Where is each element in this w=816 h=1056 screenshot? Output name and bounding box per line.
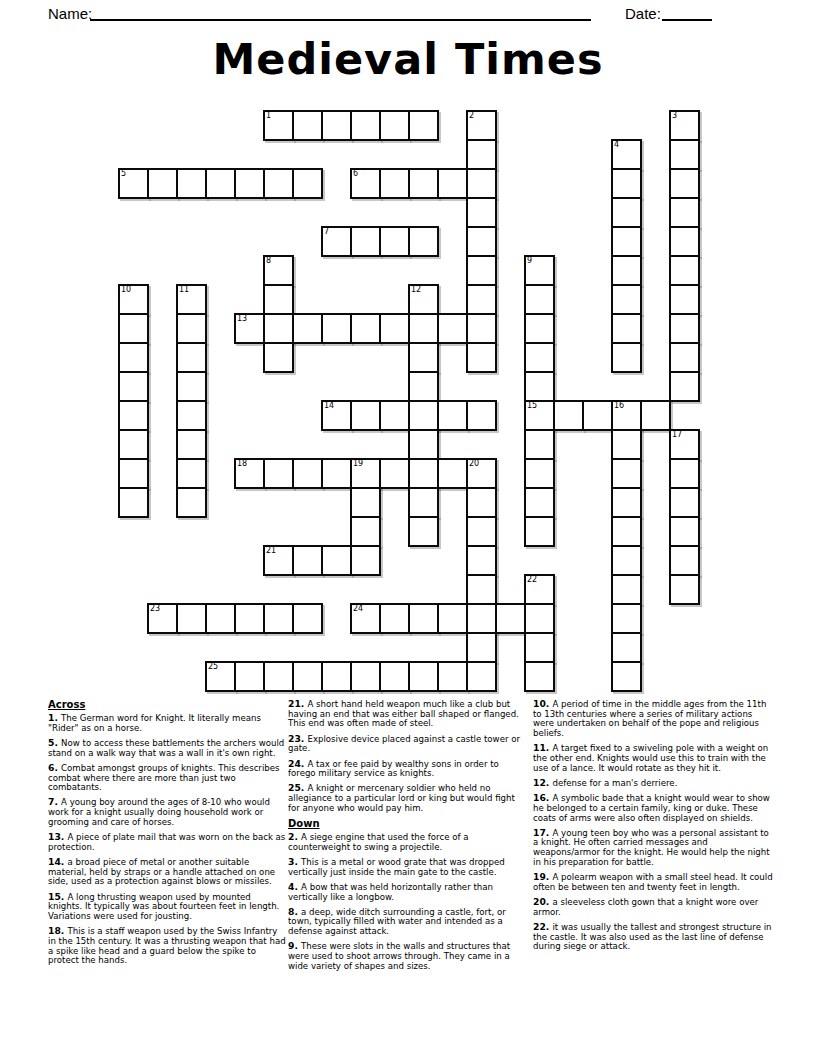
grid-cell-r7c8[interactable] xyxy=(350,313,381,344)
grid-cell-r8c0[interactable] xyxy=(118,342,149,373)
grid-cell-r10c11[interactable] xyxy=(437,400,468,431)
cell-number-6: 6 xyxy=(353,169,358,179)
grid-cell-r17c12[interactable] xyxy=(466,603,497,634)
cell-number-21: 21 xyxy=(266,546,276,556)
cell-number-18: 18 xyxy=(237,459,247,469)
grid-cell-r13c0[interactable] xyxy=(118,487,149,518)
cell-number-14: 14 xyxy=(324,401,334,411)
cell-number-7: 7 xyxy=(324,227,329,237)
clue-11: 11. A target fixed to a swiveling pole w… xyxy=(533,743,773,773)
clue-16: 16. A symbolic bade that a knight would … xyxy=(533,793,773,823)
grid-cell-r4c19[interactable] xyxy=(669,226,700,257)
grid-cell-r7c19[interactable] xyxy=(669,313,700,344)
grid-cell-r18c14[interactable] xyxy=(524,632,555,663)
grid-cell-r12c6[interactable] xyxy=(292,458,323,489)
grid-cell-r18c12[interactable] xyxy=(466,632,497,663)
grid-cell-r12c5[interactable] xyxy=(263,458,294,489)
grid-cell-r17c14[interactable] xyxy=(524,603,555,634)
grid-cell-r9c19[interactable] xyxy=(669,371,700,402)
grid-cell-r6c19[interactable] xyxy=(669,284,700,315)
grid-cell-r13c19[interactable] xyxy=(669,487,700,518)
grid-cell-r6c12[interactable] xyxy=(466,284,497,315)
grid-cell-r17c17[interactable] xyxy=(611,603,642,634)
grid-cell-r19c12[interactable] xyxy=(466,661,497,692)
grid-cell-r10c17[interactable]: 16 xyxy=(611,400,642,431)
grid-cell-r2c8[interactable]: 6 xyxy=(350,168,381,199)
grid-cell-r17c2[interactable] xyxy=(176,603,207,634)
name-blank-line[interactable] xyxy=(90,19,591,21)
grid-cell-r10c15[interactable] xyxy=(553,400,584,431)
grid-cell-r7c2[interactable] xyxy=(176,313,207,344)
cell-number-25: 25 xyxy=(208,662,218,672)
grid-cell-r13c17[interactable] xyxy=(611,487,642,518)
grid-cell-r19c4[interactable] xyxy=(234,661,265,692)
grid-cell-r13c12[interactable] xyxy=(466,487,497,518)
grid-cell-r8c12[interactable] xyxy=(466,342,497,373)
grid-cell-r7c6[interactable] xyxy=(292,313,323,344)
grid-cell-r19c14[interactable] xyxy=(524,661,555,692)
grid-cell-r15c17[interactable] xyxy=(611,545,642,576)
grid-cell-r15c19[interactable] xyxy=(669,545,700,576)
grid-cell-r7c0[interactable] xyxy=(118,313,149,344)
clue-17: 17. A young teen boy who was a personal … xyxy=(533,828,773,868)
clue-25: 25. A knight or mercenary soldier who he… xyxy=(288,783,528,813)
grid-cell-r0c12[interactable]: 2 xyxy=(466,110,497,141)
grid-cell-r11c14[interactable] xyxy=(524,429,555,460)
cell-number-11: 11 xyxy=(179,285,189,295)
grid-cell-r10c8[interactable] xyxy=(350,400,381,431)
grid-cell-r11c17[interactable] xyxy=(611,429,642,460)
cell-number-8: 8 xyxy=(266,256,271,266)
clue-18: 18. This is a staff weapon used by the S… xyxy=(48,926,286,966)
grid-cell-r14c14[interactable] xyxy=(524,516,555,547)
grid-cell-r17c10[interactable] xyxy=(408,603,439,634)
cell-number-24: 24 xyxy=(353,604,363,614)
grid-cell-r17c11[interactable] xyxy=(437,603,468,634)
grid-cell-r15c5[interactable]: 21 xyxy=(263,545,294,576)
clue-1: 1. The German word for Knight. It litera… xyxy=(48,713,286,733)
grid-cell-r0c19[interactable]: 3 xyxy=(669,110,700,141)
grid-cell-r16c19[interactable] xyxy=(669,574,700,605)
grid-cell-r4c8[interactable] xyxy=(350,226,381,257)
grid-cell-r0c9[interactable] xyxy=(379,110,410,141)
grid-cell-r10c14[interactable]: 15 xyxy=(524,400,555,431)
clue-14: 14. a broad piece of metal or another su… xyxy=(48,857,286,887)
grid-cell-r6c0[interactable]: 10 xyxy=(118,284,149,315)
clue-10: 10. A period of time in the middle ages … xyxy=(533,699,773,739)
grid-cell-r16c14[interactable]: 22 xyxy=(524,574,555,605)
grid-cell-r16c12[interactable] xyxy=(466,574,497,605)
clue-7: 7. A young boy around the ages of 8-10 w… xyxy=(48,797,286,827)
grid-cell-r2c5[interactable] xyxy=(263,168,294,199)
grid-cell-r17c9[interactable] xyxy=(379,603,410,634)
grid-cell-r2c1[interactable] xyxy=(147,168,178,199)
grid-cell-r19c5[interactable] xyxy=(263,661,294,692)
grid-cell-r8c17[interactable] xyxy=(611,342,642,373)
grid-cell-r7c9[interactable] xyxy=(379,313,410,344)
grid-cell-r9c0[interactable] xyxy=(118,371,149,402)
cell-number-12: 12 xyxy=(411,285,421,295)
grid-cell-r7c12[interactable] xyxy=(466,313,497,344)
across-clues-part-2: 21. A short hand held weapon much like a… xyxy=(288,699,528,814)
grid-cell-r4c7[interactable]: 7 xyxy=(321,226,352,257)
grid-cell-r16c17[interactable] xyxy=(611,574,642,605)
grid-cell-r17c3[interactable] xyxy=(205,603,236,634)
cell-number-20: 20 xyxy=(469,459,479,469)
grid-cell-r7c5[interactable] xyxy=(263,313,294,344)
clue-22: 22. it was usually the tallest and stron… xyxy=(533,922,773,952)
grid-cell-r10c16[interactable] xyxy=(582,400,613,431)
across-heading: Across xyxy=(48,699,286,710)
grid-cell-r8c2[interactable] xyxy=(176,342,207,373)
grid-cell-r2c3[interactable] xyxy=(205,168,236,199)
grid-cell-r2c4[interactable] xyxy=(234,168,265,199)
cell-number-9: 9 xyxy=(527,256,532,266)
grid-cell-r19c6[interactable] xyxy=(292,661,323,692)
grid-cell-r12c9[interactable] xyxy=(379,458,410,489)
grid-cell-r7c11[interactable] xyxy=(437,313,468,344)
grid-cell-r10c12[interactable] xyxy=(466,400,497,431)
down-clues-part-2: 10. A period of time in the middle ages … xyxy=(533,699,773,952)
grid-cell-r1c17[interactable]: 4 xyxy=(611,139,642,170)
clue-column-across: Across 1. The German word for Knight. It… xyxy=(48,699,286,970)
grid-cell-r8c10[interactable] xyxy=(408,342,439,373)
grid-cell-r13c2[interactable] xyxy=(176,487,207,518)
grid-cell-r2c10[interactable] xyxy=(408,168,439,199)
crossword-grid: 1234567891011121314151617181920212223242… xyxy=(118,110,698,690)
grid-cell-r19c10[interactable] xyxy=(408,661,439,692)
cell-number-4: 4 xyxy=(614,140,619,150)
grid-cell-r12c4[interactable]: 18 xyxy=(234,458,265,489)
grid-cell-r6c17[interactable] xyxy=(611,284,642,315)
grid-cell-r19c8[interactable] xyxy=(350,661,381,692)
cell-number-13: 13 xyxy=(237,314,247,324)
grid-cell-r12c10[interactable] xyxy=(408,458,439,489)
grid-cell-r2c6[interactable] xyxy=(292,168,323,199)
across-clues-part-1: 1. The German word for Knight. It litera… xyxy=(48,713,286,966)
grid-cell-r17c6[interactable] xyxy=(292,603,323,634)
clue-24: 24. A tax or fee paid by wealthy sons in… xyxy=(288,759,528,779)
grid-cell-r14c8[interactable] xyxy=(350,516,381,547)
grid-cell-r14c19[interactable] xyxy=(669,516,700,547)
cell-number-17: 17 xyxy=(672,430,682,440)
grid-cell-r0c7[interactable] xyxy=(321,110,352,141)
grid-cell-r15c7[interactable] xyxy=(321,545,352,576)
grid-cell-r15c8[interactable] xyxy=(350,545,381,576)
grid-cell-r5c12[interactable] xyxy=(466,255,497,286)
grid-cell-r0c8[interactable] xyxy=(350,110,381,141)
grid-cell-r5c17[interactable] xyxy=(611,255,642,286)
grid-cell-r14c10[interactable] xyxy=(408,516,439,547)
cell-number-1: 1 xyxy=(266,111,271,121)
grid-cell-r12c12[interactable]: 20 xyxy=(466,458,497,489)
grid-cell-r12c19[interactable] xyxy=(669,458,700,489)
grid-cell-r10c0[interactable] xyxy=(118,400,149,431)
grid-cell-r2c12[interactable] xyxy=(466,168,497,199)
clue-column-right: 10. A period of time in the middle ages … xyxy=(533,699,773,956)
grid-cell-r7c17[interactable] xyxy=(611,313,642,344)
grid-cell-r17c5[interactable] xyxy=(263,603,294,634)
grid-cell-r17c4[interactable] xyxy=(234,603,265,634)
grid-cell-r6c2[interactable]: 11 xyxy=(176,284,207,315)
grid-cell-r11c10[interactable] xyxy=(408,429,439,460)
clue-13: 13. A piece of plate mail that was worn … xyxy=(48,832,286,852)
grid-cell-r2c0[interactable]: 5 xyxy=(118,168,149,199)
grid-cell-r1c12[interactable] xyxy=(466,139,497,170)
grid-cell-r3c17[interactable] xyxy=(611,197,642,228)
grid-cell-r2c19[interactable] xyxy=(669,168,700,199)
grid-cell-r10c10[interactable] xyxy=(408,400,439,431)
grid-cell-r11c2[interactable] xyxy=(176,429,207,460)
cell-number-10: 10 xyxy=(121,285,131,295)
grid-cell-r15c12[interactable] xyxy=(466,545,497,576)
grid-cell-r3c19[interactable] xyxy=(669,197,700,228)
grid-cell-r4c12[interactable] xyxy=(466,226,497,257)
clue-3: 3. This is a metal or wood grate that wa… xyxy=(288,857,528,877)
grid-cell-r14c12[interactable] xyxy=(466,516,497,547)
clue-19: 19. A polearm weapon with a small steel … xyxy=(533,872,773,892)
clue-9: 9. These were slots in the walls and str… xyxy=(288,941,528,971)
grid-cell-r7c14[interactable] xyxy=(524,313,555,344)
grid-cell-r13c8[interactable] xyxy=(350,487,381,518)
clue-8: 8. a deep, wide ditch surrounding a cast… xyxy=(288,907,528,937)
grid-cell-r13c10[interactable] xyxy=(408,487,439,518)
grid-cell-r2c9[interactable] xyxy=(379,168,410,199)
grid-cell-r19c17[interactable] xyxy=(611,661,642,692)
clue-4: 4. A bow that was held horizontally rath… xyxy=(288,882,528,902)
clue-6: 6. Combat amongst groups of knights. Thi… xyxy=(48,763,286,793)
grid-cell-r14c17[interactable] xyxy=(611,516,642,547)
grid-cell-r2c11[interactable] xyxy=(437,168,468,199)
grid-cell-r3c12[interactable] xyxy=(466,197,497,228)
grid-cell-r10c9[interactable] xyxy=(379,400,410,431)
grid-cell-r12c14[interactable] xyxy=(524,458,555,489)
down-heading: Down xyxy=(288,818,528,829)
grid-cell-r4c17[interactable] xyxy=(611,226,642,257)
grid-cell-r8c5[interactable] xyxy=(263,342,294,373)
clue-5: 5. Now to access these battlements the a… xyxy=(48,738,286,758)
grid-cell-r7c7[interactable] xyxy=(321,313,352,344)
grid-cell-r4c10[interactable] xyxy=(408,226,439,257)
cell-number-19: 19 xyxy=(353,459,363,469)
grid-cell-r12c11[interactable] xyxy=(437,458,468,489)
grid-cell-r7c4[interactable]: 13 xyxy=(234,313,265,344)
grid-cell-r12c8[interactable]: 19 xyxy=(350,458,381,489)
grid-cell-r9c2[interactable] xyxy=(176,371,207,402)
grid-cell-r10c7[interactable]: 14 xyxy=(321,400,352,431)
puzzle-title: Medieval Times xyxy=(0,34,816,84)
cell-number-2: 2 xyxy=(469,111,474,121)
cell-number-16: 16 xyxy=(614,401,624,411)
grid-cell-r19c11[interactable] xyxy=(437,661,468,692)
cell-number-5: 5 xyxy=(121,169,126,179)
grid-cell-r19c3[interactable]: 25 xyxy=(205,661,236,692)
grid-cell-r17c1[interactable]: 23 xyxy=(147,603,178,634)
grid-cell-r12c17[interactable] xyxy=(611,458,642,489)
clue-2: 2. A siege engine that used the force of… xyxy=(288,832,528,852)
grid-cell-r8c19[interactable] xyxy=(669,342,700,373)
grid-cell-r5c19[interactable] xyxy=(669,255,700,286)
grid-cell-r10c18[interactable] xyxy=(640,400,671,431)
grid-cell-r12c7[interactable] xyxy=(321,458,352,489)
clue-15: 15. A long thrusting weapon used by moun… xyxy=(48,892,286,922)
grid-cell-r17c8[interactable]: 24 xyxy=(350,603,381,634)
grid-cell-r2c2[interactable] xyxy=(176,168,207,199)
grid-cell-r15c6[interactable] xyxy=(292,545,323,576)
grid-cell-r6c14[interactable] xyxy=(524,284,555,315)
grid-cell-r17c13[interactable] xyxy=(495,603,526,634)
grid-cell-r0c10[interactable] xyxy=(408,110,439,141)
clue-20: 20. a sleeveless cloth gown that a knigh… xyxy=(533,897,773,917)
grid-cell-r6c10[interactable]: 12 xyxy=(408,284,439,315)
date-label: Date: xyxy=(625,5,661,22)
grid-cell-r9c10[interactable] xyxy=(408,371,439,402)
grid-cell-r5c5[interactable]: 8 xyxy=(263,255,294,286)
clue-21: 21. A short hand held weapon much like a… xyxy=(288,699,528,729)
grid-cell-r0c6[interactable] xyxy=(292,110,323,141)
grid-cell-r0c5[interactable]: 1 xyxy=(263,110,294,141)
cell-number-23: 23 xyxy=(150,604,160,614)
grid-cell-r19c9[interactable] xyxy=(379,661,410,692)
clue-12: 12. defense for a man's derriere. xyxy=(533,778,773,789)
grid-cell-r10c2[interactable] xyxy=(176,400,207,431)
grid-cell-r6c5[interactable] xyxy=(263,284,294,315)
grid-cell-r4c9[interactable] xyxy=(379,226,410,257)
grid-cell-r18c17[interactable] xyxy=(611,632,642,663)
grid-cell-r5c14[interactable]: 9 xyxy=(524,255,555,286)
clue-column-middle: 21. A short hand held weapon much like a… xyxy=(288,699,528,976)
grid-cell-r13c14[interactable] xyxy=(524,487,555,518)
grid-cell-r2c17[interactable] xyxy=(611,168,642,199)
grid-cell-r12c0[interactable] xyxy=(118,458,149,489)
down-clues-part-1: 2. A siege engine that used the force of… xyxy=(288,832,528,971)
grid-cell-r8c14[interactable] xyxy=(524,342,555,373)
grid-cell-r9c14[interactable] xyxy=(524,371,555,402)
cell-number-15: 15 xyxy=(527,401,537,411)
grid-cell-r7c10[interactable] xyxy=(408,313,439,344)
cell-number-3: 3 xyxy=(672,111,677,121)
name-label: Name: xyxy=(48,5,92,22)
grid-cell-r19c7[interactable] xyxy=(321,661,352,692)
grid-cell-r11c0[interactable] xyxy=(118,429,149,460)
grid-cell-r12c2[interactable] xyxy=(176,458,207,489)
grid-cell-r11c19[interactable]: 17 xyxy=(669,429,700,460)
cell-number-22: 22 xyxy=(527,575,537,585)
date-blank-line[interactable] xyxy=(662,19,712,21)
clue-23: 23. Explosive device placed against a ca… xyxy=(288,734,528,754)
grid-cell-r1c19[interactable] xyxy=(669,139,700,170)
